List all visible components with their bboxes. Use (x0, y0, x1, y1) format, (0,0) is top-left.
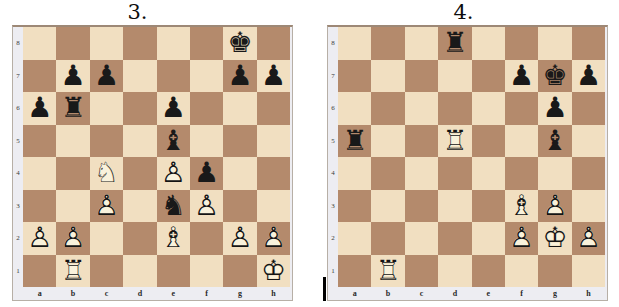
square-e4 (472, 157, 505, 190)
square-g5 (223, 125, 256, 158)
file-label-d: d (438, 287, 471, 300)
square-b8 (56, 27, 89, 60)
square-a1 (23, 255, 56, 288)
file-label-f: f (505, 287, 538, 300)
square-b7 (371, 60, 404, 93)
square-b6: ♜ (56, 92, 89, 125)
square-f2: ♟♙ (505, 222, 538, 255)
square-g1 (538, 255, 571, 288)
square-b2 (371, 222, 404, 255)
square-c5 (90, 125, 123, 158)
piece-white-rook-b1: ♜♖ (56, 255, 89, 288)
square-e8 (157, 27, 190, 60)
rank-label-4: 4 (328, 157, 338, 190)
rank-label-3: 3 (328, 190, 338, 223)
square-g3: ♟♙ (538, 190, 571, 223)
square-a7 (338, 60, 371, 93)
piece-black-rook-b6: ♜ (56, 92, 89, 125)
square-f7 (190, 60, 223, 93)
piece-white-bishop-f3: ♝♗ (505, 190, 538, 223)
square-a4 (23, 157, 56, 190)
square-b1: ♜♖ (56, 255, 89, 288)
file-label-h: h (572, 287, 605, 300)
piece-black-bishop-e5: ♝ (157, 125, 190, 158)
square-f5 (190, 125, 223, 158)
square-a1 (338, 255, 371, 288)
square-e3 (472, 190, 505, 223)
file-label-d: d (123, 287, 156, 300)
square-d7 (123, 60, 156, 93)
piece-white-rook-b1: ♜♖ (371, 255, 404, 288)
file-label-e: e (472, 287, 505, 300)
rank-label-1: 1 (328, 255, 338, 288)
square-h1: ♚♔ (257, 255, 290, 288)
square-e8 (472, 27, 505, 60)
square-c8 (90, 27, 123, 60)
piece-black-pawn-h7: ♟ (572, 60, 605, 93)
piece-white-pawn-c3: ♟♙ (90, 190, 123, 223)
square-d4 (438, 157, 471, 190)
piece-black-king-g8: ♚ (223, 27, 256, 60)
square-d6 (438, 92, 471, 125)
square-c6 (405, 92, 438, 125)
piece-white-pawn-f3: ♟♙ (190, 190, 223, 223)
square-b3 (371, 190, 404, 223)
piece-black-pawn-h7: ♟ (257, 60, 290, 93)
square-g4 (223, 157, 256, 190)
square-a2 (338, 222, 371, 255)
square-e6: ♟ (157, 92, 190, 125)
square-c1 (90, 255, 123, 288)
piece-white-pawn-f2: ♟♙ (505, 222, 538, 255)
square-h8 (257, 27, 290, 60)
file-label-b: b (371, 287, 404, 300)
piece-black-pawn-a6: ♟ (23, 92, 56, 125)
square-h3 (257, 190, 290, 223)
file-label-h: h (257, 287, 290, 300)
square-a4 (338, 157, 371, 190)
square-e7 (157, 60, 190, 93)
square-a8 (338, 27, 371, 60)
square-d5: ♜♖ (438, 125, 471, 158)
piece-black-knight-e3: ♞ (157, 190, 190, 223)
square-a6: ♟ (23, 92, 56, 125)
piece-black-pawn-g7: ♟ (223, 60, 256, 93)
piece-white-pawn-h2: ♟♙ (257, 222, 290, 255)
square-e2: ♝♗ (157, 222, 190, 255)
piece-white-pawn-a2: ♟♙ (23, 222, 56, 255)
square-c7: ♟ (90, 60, 123, 93)
square-d3 (438, 190, 471, 223)
diagram-number-label: 4. (323, 0, 604, 25)
square-d4 (123, 157, 156, 190)
square-a3 (338, 190, 371, 223)
piece-black-king-g7: ♚ (538, 60, 571, 93)
square-b1: ♜♖ (371, 255, 404, 288)
text-cursor (323, 277, 326, 301)
piece-white-rook-d5: ♜♖ (438, 125, 471, 158)
piece-white-pawn-g3: ♟♙ (538, 190, 571, 223)
square-d3 (123, 190, 156, 223)
piece-black-rook-d8: ♜ (438, 27, 471, 60)
rank-label-5: 5 (13, 125, 23, 158)
file-label-a: a (338, 287, 371, 300)
square-e7 (472, 60, 505, 93)
square-f8 (505, 27, 538, 60)
square-f7: ♟ (505, 60, 538, 93)
square-d5 (123, 125, 156, 158)
file-label-c: c (90, 287, 123, 300)
rank-label-8: 8 (328, 27, 338, 60)
chess-diagram-3: 3. 8♚7♟♟♟♟6♟♜♟5♝4♞♘♟♙♟3♟♙♞♟♙2♟♙♟♙♝♗♟♙♟♙1… (12, 0, 293, 301)
square-g8 (538, 27, 571, 60)
square-e1 (157, 255, 190, 288)
square-d8: ♜ (438, 27, 471, 60)
piece-black-pawn-f7: ♟ (505, 60, 538, 93)
square-d1 (438, 255, 471, 288)
square-f1 (505, 255, 538, 288)
rank-label-2: 2 (328, 222, 338, 255)
square-h3 (572, 190, 605, 223)
rank-label-4: 4 (13, 157, 23, 190)
square-g4 (538, 157, 571, 190)
rank-label-6: 6 (328, 92, 338, 125)
square-e4: ♟♙ (157, 157, 190, 190)
square-h6 (572, 92, 605, 125)
square-c3 (405, 190, 438, 223)
square-b2: ♟♙ (56, 222, 89, 255)
piece-black-rook-a5: ♜ (338, 125, 371, 158)
square-e3: ♞ (157, 190, 190, 223)
chess-board-3[interactable]: 8♚7♟♟♟♟6♟♜♟5♝4♞♘♟♙♟3♟♙♞♟♙2♟♙♟♙♝♗♟♙♟♙1♜♖♚… (12, 25, 293, 301)
piece-white-king-h1: ♚♔ (257, 255, 290, 288)
square-a3 (23, 190, 56, 223)
rank-label-2: 2 (13, 222, 23, 255)
square-c4 (405, 157, 438, 190)
square-a8 (23, 27, 56, 60)
square-h1 (572, 255, 605, 288)
square-f4: ♟ (190, 157, 223, 190)
square-d7 (438, 60, 471, 93)
square-a2: ♟♙ (23, 222, 56, 255)
square-b4 (371, 157, 404, 190)
square-c3: ♟♙ (90, 190, 123, 223)
rank-label-3: 3 (13, 190, 23, 223)
square-b5 (56, 125, 89, 158)
square-b7: ♟ (56, 60, 89, 93)
rank-label-7: 7 (13, 60, 23, 93)
rank-label-8: 8 (13, 27, 23, 60)
rank-label-5: 5 (328, 125, 338, 158)
square-f5 (505, 125, 538, 158)
square-d6 (123, 92, 156, 125)
file-label-g: g (538, 287, 571, 300)
piece-white-pawn-b2: ♟♙ (56, 222, 89, 255)
square-c2 (90, 222, 123, 255)
square-e5 (472, 125, 505, 158)
square-h7: ♟ (257, 60, 290, 93)
square-g6: ♟ (538, 92, 571, 125)
square-g8: ♚ (223, 27, 256, 60)
square-a7 (23, 60, 56, 93)
square-h7: ♟ (572, 60, 605, 93)
file-label-e: e (157, 287, 190, 300)
square-h2: ♟♙ (572, 222, 605, 255)
piece-white-pawn-g2: ♟♙ (223, 222, 256, 255)
chess-diagram-4: 4. 8♜7♟♚♟6♟5♜♜♖♝43♝♗♟♙2♟♙♚♔♟♙1♜♖abcdefgh (327, 0, 608, 301)
square-h6 (257, 92, 290, 125)
rank-label-1: 1 (13, 255, 23, 288)
square-h5 (257, 125, 290, 158)
square-c2 (405, 222, 438, 255)
square-f3: ♟♙ (190, 190, 223, 223)
square-g5: ♝ (538, 125, 571, 158)
board-corner (328, 287, 338, 300)
square-h4 (572, 157, 605, 190)
piece-white-pawn-e4: ♟♙ (157, 157, 190, 190)
square-g3 (223, 190, 256, 223)
square-c1 (405, 255, 438, 288)
square-e5: ♝ (157, 125, 190, 158)
square-d1 (123, 255, 156, 288)
square-f6 (505, 92, 538, 125)
piece-black-bishop-g5: ♝ (538, 125, 571, 158)
square-a5 (23, 125, 56, 158)
square-a6 (338, 92, 371, 125)
document-page: 3. 8♚7♟♟♟♟6♟♜♟5♝4♞♘♟♙♟3♟♙♞♟♙2♟♙♟♙♝♗♟♙♟♙1… (0, 0, 619, 307)
chess-board-4[interactable]: 8♜7♟♚♟6♟5♜♜♖♝43♝♗♟♙2♟♙♚♔♟♙1♜♖abcdefgh (327, 25, 608, 301)
piece-black-pawn-g6: ♟ (538, 92, 571, 125)
square-c4: ♞♘ (90, 157, 123, 190)
square-h2: ♟♙ (257, 222, 290, 255)
piece-black-pawn-f4: ♟ (190, 157, 223, 190)
file-label-g: g (223, 287, 256, 300)
square-g7: ♟ (223, 60, 256, 93)
square-f3: ♝♗ (505, 190, 538, 223)
square-d2 (438, 222, 471, 255)
square-f8 (190, 27, 223, 60)
board-corner (13, 287, 23, 300)
square-f6 (190, 92, 223, 125)
square-b3 (56, 190, 89, 223)
file-label-c: c (405, 287, 438, 300)
square-e6 (472, 92, 505, 125)
square-c7 (405, 60, 438, 93)
file-label-b: b (56, 287, 89, 300)
square-f4 (505, 157, 538, 190)
square-c5 (405, 125, 438, 158)
square-e1 (472, 255, 505, 288)
diagram-number-label: 3. (0, 0, 278, 25)
piece-white-knight-c4: ♞♘ (90, 157, 123, 190)
square-g2: ♟♙ (223, 222, 256, 255)
square-d8 (123, 27, 156, 60)
square-g6 (223, 92, 256, 125)
piece-black-pawn-b7: ♟ (56, 60, 89, 93)
piece-white-king-g2: ♚♔ (538, 222, 571, 255)
square-g2: ♚♔ (538, 222, 571, 255)
square-g1 (223, 255, 256, 288)
piece-black-pawn-e6: ♟ (157, 92, 190, 125)
square-h8 (572, 27, 605, 60)
square-g7: ♚ (538, 60, 571, 93)
square-h4 (257, 157, 290, 190)
square-h5 (572, 125, 605, 158)
rank-label-6: 6 (13, 92, 23, 125)
file-label-f: f (190, 287, 223, 300)
square-c8 (405, 27, 438, 60)
square-b8 (371, 27, 404, 60)
square-f2 (190, 222, 223, 255)
file-label-a: a (23, 287, 56, 300)
square-f1 (190, 255, 223, 288)
square-a5: ♜ (338, 125, 371, 158)
square-c6 (90, 92, 123, 125)
square-d2 (123, 222, 156, 255)
square-b5 (371, 125, 404, 158)
square-b6 (371, 92, 404, 125)
piece-white-bishop-e2: ♝♗ (157, 222, 190, 255)
square-b4 (56, 157, 89, 190)
piece-white-pawn-h2: ♟♙ (572, 222, 605, 255)
piece-black-pawn-c7: ♟ (90, 60, 123, 93)
square-e2 (472, 222, 505, 255)
rank-label-7: 7 (328, 60, 338, 93)
